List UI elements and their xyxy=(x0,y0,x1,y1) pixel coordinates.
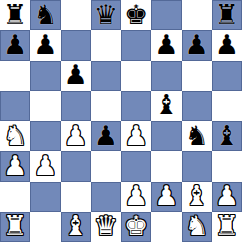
square-c6[interactable]: ♟ xyxy=(61,61,91,91)
square-f4[interactable] xyxy=(151,121,181,151)
square-a3[interactable]: ♟ xyxy=(0,151,30,181)
square-e2[interactable]: ♟ xyxy=(121,182,151,212)
white-knight-piece[interactable]: ♞ xyxy=(185,212,209,239)
square-c5[interactable] xyxy=(61,91,91,121)
square-b4[interactable] xyxy=(30,121,60,151)
square-f6[interactable] xyxy=(151,61,181,91)
square-d1[interactable]: ♛ xyxy=(91,212,121,242)
square-b7[interactable]: ♟ xyxy=(30,30,60,60)
square-e4[interactable]: ♟ xyxy=(121,121,151,151)
black-bishop-piece[interactable]: ♝ xyxy=(215,122,239,149)
square-g3[interactable] xyxy=(182,151,212,181)
black-pawn-piece[interactable]: ♟ xyxy=(185,31,209,58)
white-pawn-piece[interactable]: ♟ xyxy=(154,182,178,209)
white-pawn-piece[interactable]: ♟ xyxy=(215,182,239,209)
chess-board: ♜♞♛♚♜♟♟♟♟♟♟♝♞♟♟♟♞♝♟♟♟♟♝♟♜♝♛♚♞♜ xyxy=(0,0,242,242)
square-a4[interactable]: ♞ xyxy=(0,121,30,151)
square-f2[interactable]: ♟ xyxy=(151,182,181,212)
square-e7[interactable] xyxy=(121,30,151,60)
square-a6[interactable] xyxy=(0,61,30,91)
square-c8[interactable] xyxy=(61,0,91,30)
square-e1[interactable]: ♚ xyxy=(121,212,151,242)
square-d2[interactable] xyxy=(91,182,121,212)
white-pawn-piece[interactable]: ♟ xyxy=(124,122,148,149)
square-e5[interactable] xyxy=(121,91,151,121)
white-bishop-piece[interactable]: ♝ xyxy=(185,182,209,209)
white-pawn-piece[interactable]: ♟ xyxy=(64,122,88,149)
white-bishop-piece[interactable]: ♝ xyxy=(64,212,88,239)
square-e8[interactable]: ♚ xyxy=(121,0,151,30)
square-g7[interactable]: ♟ xyxy=(182,30,212,60)
white-queen-piece[interactable]: ♛ xyxy=(94,212,118,239)
square-h7[interactable]: ♟ xyxy=(212,30,242,60)
black-knight-piece[interactable]: ♞ xyxy=(33,1,57,28)
square-d7[interactable] xyxy=(91,30,121,60)
square-b1[interactable] xyxy=(30,212,60,242)
square-h1[interactable]: ♜ xyxy=(212,212,242,242)
square-g2[interactable]: ♝ xyxy=(182,182,212,212)
square-c2[interactable] xyxy=(61,182,91,212)
square-e6[interactable] xyxy=(121,61,151,91)
square-d5[interactable] xyxy=(91,91,121,121)
square-d3[interactable] xyxy=(91,151,121,181)
black-knight-piece[interactable]: ♞ xyxy=(185,122,209,149)
square-g5[interactable] xyxy=(182,91,212,121)
white-rook-piece[interactable]: ♜ xyxy=(215,212,239,239)
square-d6[interactable] xyxy=(91,61,121,91)
square-f3[interactable] xyxy=(151,151,181,181)
square-d8[interactable]: ♛ xyxy=(91,0,121,30)
black-king-piece[interactable]: ♚ xyxy=(124,1,148,28)
square-f1[interactable] xyxy=(151,212,181,242)
square-c7[interactable] xyxy=(61,30,91,60)
black-queen-piece[interactable]: ♛ xyxy=(94,1,118,28)
square-d4[interactable]: ♟ xyxy=(91,121,121,151)
white-pawn-piece[interactable]: ♟ xyxy=(124,182,148,209)
square-g1[interactable]: ♞ xyxy=(182,212,212,242)
black-rook-piece[interactable]: ♜ xyxy=(215,1,239,28)
square-c4[interactable]: ♟ xyxy=(61,121,91,151)
square-h8[interactable]: ♜ xyxy=(212,0,242,30)
white-pawn-piece[interactable]: ♟ xyxy=(3,152,27,179)
square-b6[interactable] xyxy=(30,61,60,91)
white-king-piece[interactable]: ♚ xyxy=(124,212,148,239)
square-h4[interactable]: ♝ xyxy=(212,121,242,151)
square-h2[interactable]: ♟ xyxy=(212,182,242,212)
black-pawn-piece[interactable]: ♟ xyxy=(64,61,88,88)
square-a7[interactable]: ♟ xyxy=(0,30,30,60)
white-knight-piece[interactable]: ♞ xyxy=(3,122,27,149)
square-f8[interactable] xyxy=(151,0,181,30)
black-bishop-piece[interactable]: ♝ xyxy=(154,91,178,118)
square-a1[interactable]: ♜ xyxy=(0,212,30,242)
square-c1[interactable]: ♝ xyxy=(61,212,91,242)
square-f7[interactable]: ♟ xyxy=(151,30,181,60)
black-rook-piece[interactable]: ♜ xyxy=(3,1,27,28)
black-pawn-piece[interactable]: ♟ xyxy=(3,31,27,58)
white-rook-piece[interactable]: ♜ xyxy=(3,212,27,239)
square-h6[interactable] xyxy=(212,61,242,91)
square-h5[interactable] xyxy=(212,91,242,121)
square-g6[interactable] xyxy=(182,61,212,91)
square-b5[interactable] xyxy=(30,91,60,121)
square-g4[interactable]: ♞ xyxy=(182,121,212,151)
white-pawn-piece[interactable]: ♟ xyxy=(33,152,57,179)
square-c3[interactable] xyxy=(61,151,91,181)
square-b8[interactable]: ♞ xyxy=(30,0,60,30)
square-b3[interactable]: ♟ xyxy=(30,151,60,181)
square-h3[interactable] xyxy=(212,151,242,181)
black-pawn-piece[interactable]: ♟ xyxy=(215,31,239,58)
square-g8[interactable] xyxy=(182,0,212,30)
square-f5[interactable]: ♝ xyxy=(151,91,181,121)
black-pawn-piece[interactable]: ♟ xyxy=(33,31,57,58)
square-a8[interactable]: ♜ xyxy=(0,0,30,30)
square-e3[interactable] xyxy=(121,151,151,181)
square-a2[interactable] xyxy=(0,182,30,212)
black-pawn-piece[interactable]: ♟ xyxy=(94,122,118,149)
square-a5[interactable] xyxy=(0,91,30,121)
square-b2[interactable] xyxy=(30,182,60,212)
black-pawn-piece[interactable]: ♟ xyxy=(154,31,178,58)
